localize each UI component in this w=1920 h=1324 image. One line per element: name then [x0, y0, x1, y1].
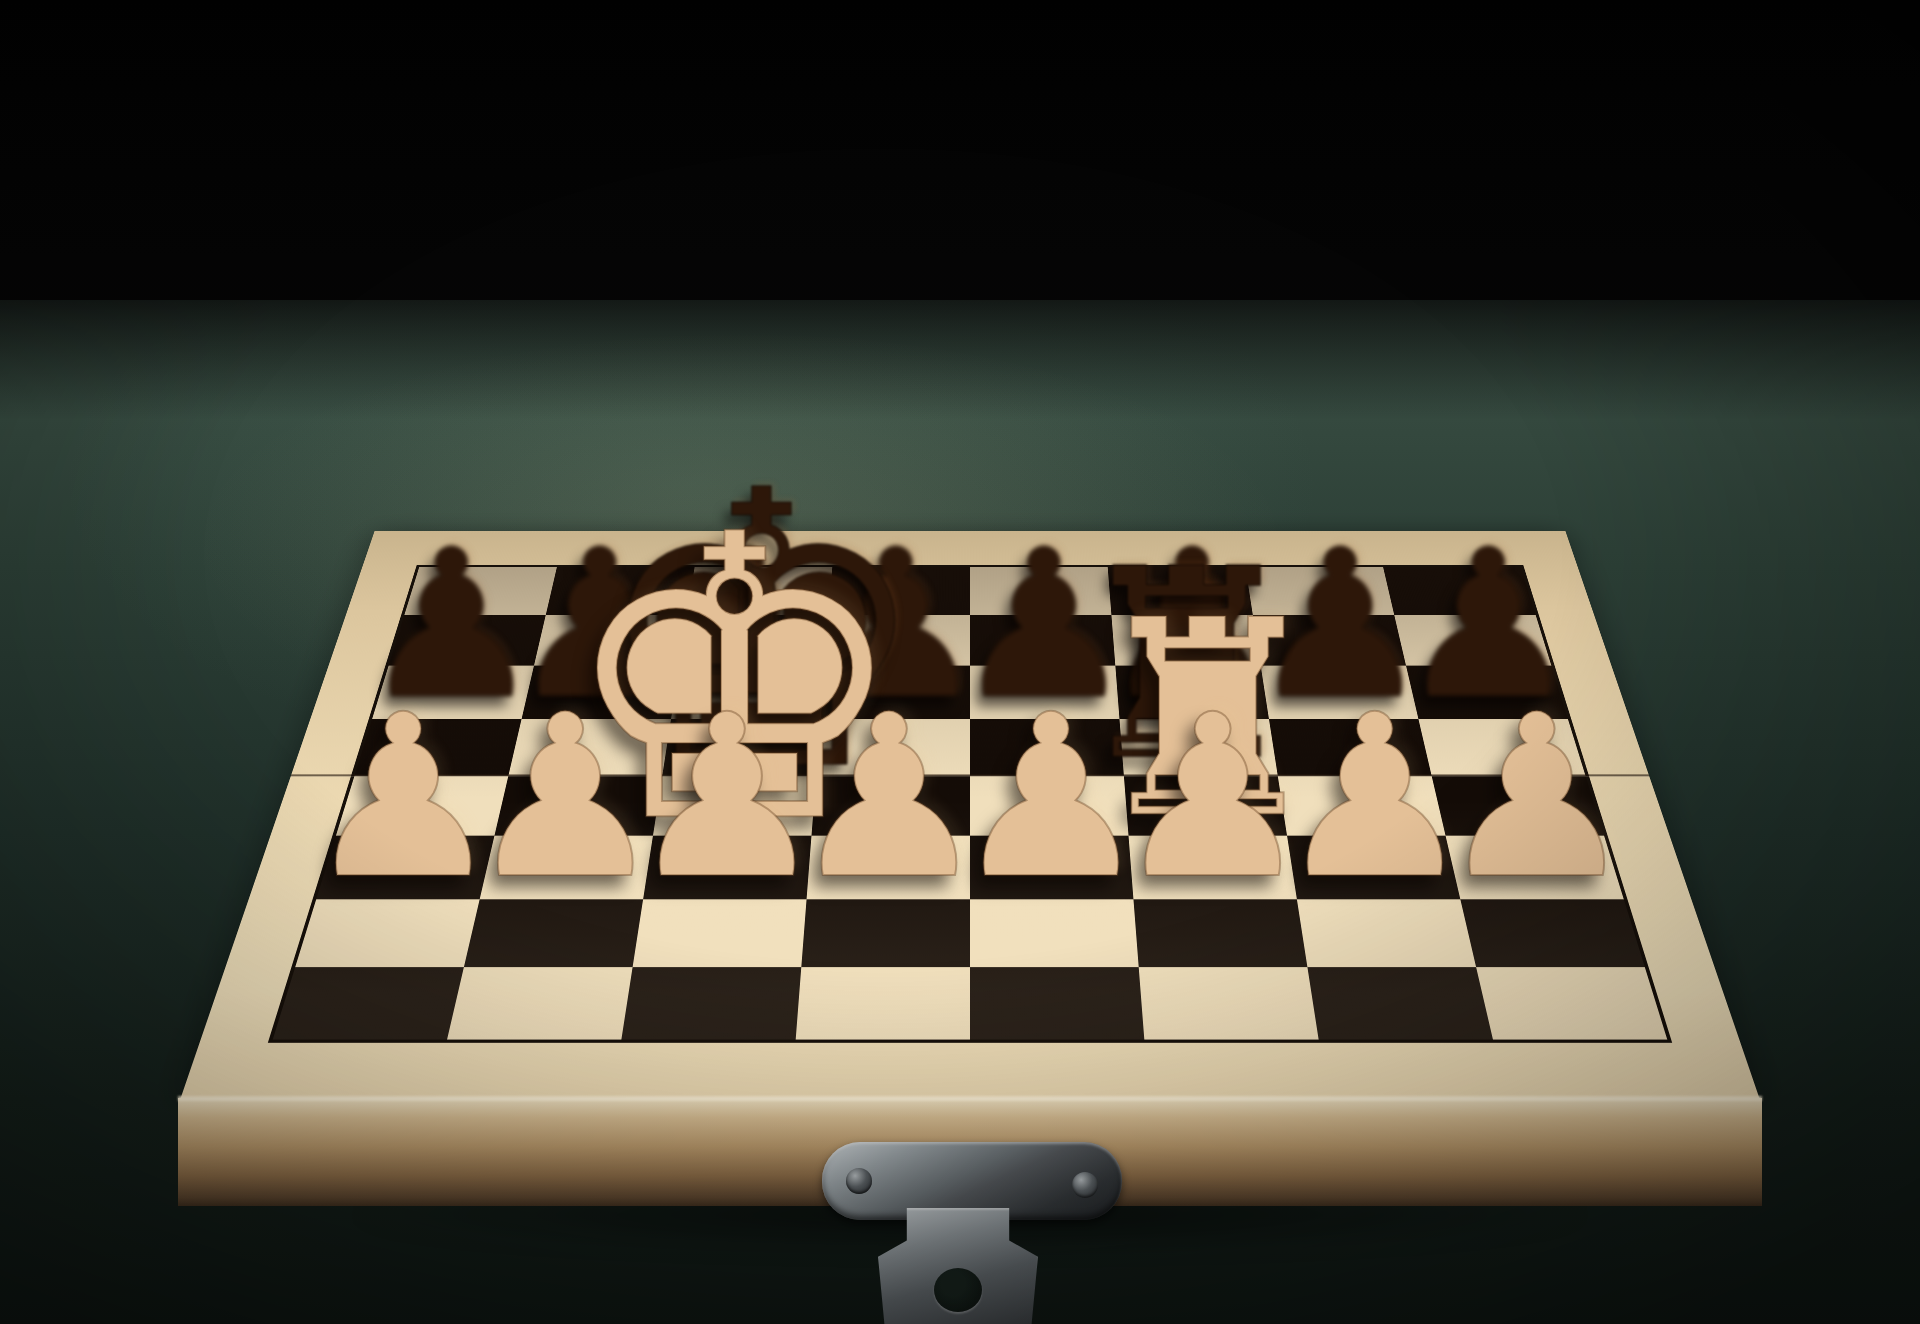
cell-a2	[295, 899, 479, 967]
cell-e7	[970, 615, 1115, 666]
chess-board	[180, 531, 1760, 1100]
cell-b1	[447, 967, 633, 1039]
cell-f7	[1111, 615, 1260, 666]
cell-d8	[829, 567, 970, 615]
cell-a5	[355, 719, 522, 776]
cell-c1	[621, 967, 801, 1039]
cell-d7	[825, 615, 970, 666]
cell-e3	[970, 836, 1133, 900]
cell-g8	[1245, 567, 1394, 615]
cell-a7	[389, 615, 546, 666]
board-fold-seam	[291, 774, 1650, 776]
cell-d5	[816, 719, 970, 776]
cell-c8	[687, 567, 832, 615]
cell-f1	[1139, 967, 1319, 1039]
cell-h6	[1406, 666, 1568, 719]
cell-b7	[534, 615, 687, 666]
cell-b4	[494, 776, 662, 836]
cell-g7	[1253, 615, 1406, 666]
clasp-hook-hole	[934, 1268, 982, 1312]
cell-h7	[1394, 615, 1551, 666]
cell-h5	[1418, 719, 1585, 776]
cell-b8	[546, 567, 695, 615]
cell-h3	[1446, 836, 1624, 900]
cell-g6	[1261, 666, 1419, 719]
photo-scene: ♟♟♟♟♟♟♟♟♚♜♚♜♟♟♟♟♟♟♟♟	[0, 0, 1920, 1324]
cell-e5	[970, 719, 1124, 776]
cell-h1	[1476, 967, 1667, 1039]
cell-h2	[1460, 899, 1644, 967]
cell-b6	[522, 666, 680, 719]
cell-b5	[508, 719, 671, 776]
cell-e2	[970, 899, 1139, 967]
cell-e1	[970, 967, 1144, 1039]
cell-c4	[653, 776, 816, 836]
cell-h8	[1383, 567, 1536, 615]
cell-c3	[643, 836, 811, 900]
cell-a6	[372, 666, 534, 719]
cell-e4	[970, 776, 1129, 836]
cell-h4	[1432, 776, 1604, 836]
cell-b2	[464, 899, 643, 967]
cell-e6	[970, 666, 1119, 719]
cell-f8	[1108, 567, 1253, 615]
cell-c6	[671, 666, 825, 719]
cell-e8	[970, 567, 1111, 615]
cell-g4	[1278, 776, 1446, 836]
cell-g5	[1269, 719, 1432, 776]
cell-d2	[801, 899, 970, 967]
playing-area	[268, 565, 1672, 1043]
cell-d1	[796, 967, 970, 1039]
cell-g3	[1287, 836, 1460, 900]
dark-background	[0, 0, 1920, 420]
cell-b3	[480, 836, 653, 900]
cell-f4	[1124, 776, 1287, 836]
cell-a1	[273, 967, 464, 1039]
cell-d6	[821, 666, 970, 719]
clasp-rivet-right	[1072, 1172, 1098, 1198]
cell-c7	[679, 615, 828, 666]
cell-f6	[1115, 666, 1269, 719]
cell-d4	[811, 776, 970, 836]
clasp-rivet-left	[846, 1168, 872, 1194]
cell-c5	[662, 719, 820, 776]
cell-g2	[1297, 899, 1476, 967]
cell-a4	[336, 776, 508, 836]
cell-d3	[807, 836, 970, 900]
cell-a8	[404, 567, 557, 615]
cell-f2	[1133, 899, 1307, 967]
cell-c2	[633, 899, 807, 967]
cell-a3	[316, 836, 494, 900]
board-front-edge-highlight	[178, 1096, 1762, 1101]
cell-g1	[1307, 967, 1493, 1039]
cell-f5	[1119, 719, 1277, 776]
cell-f3	[1129, 836, 1297, 900]
